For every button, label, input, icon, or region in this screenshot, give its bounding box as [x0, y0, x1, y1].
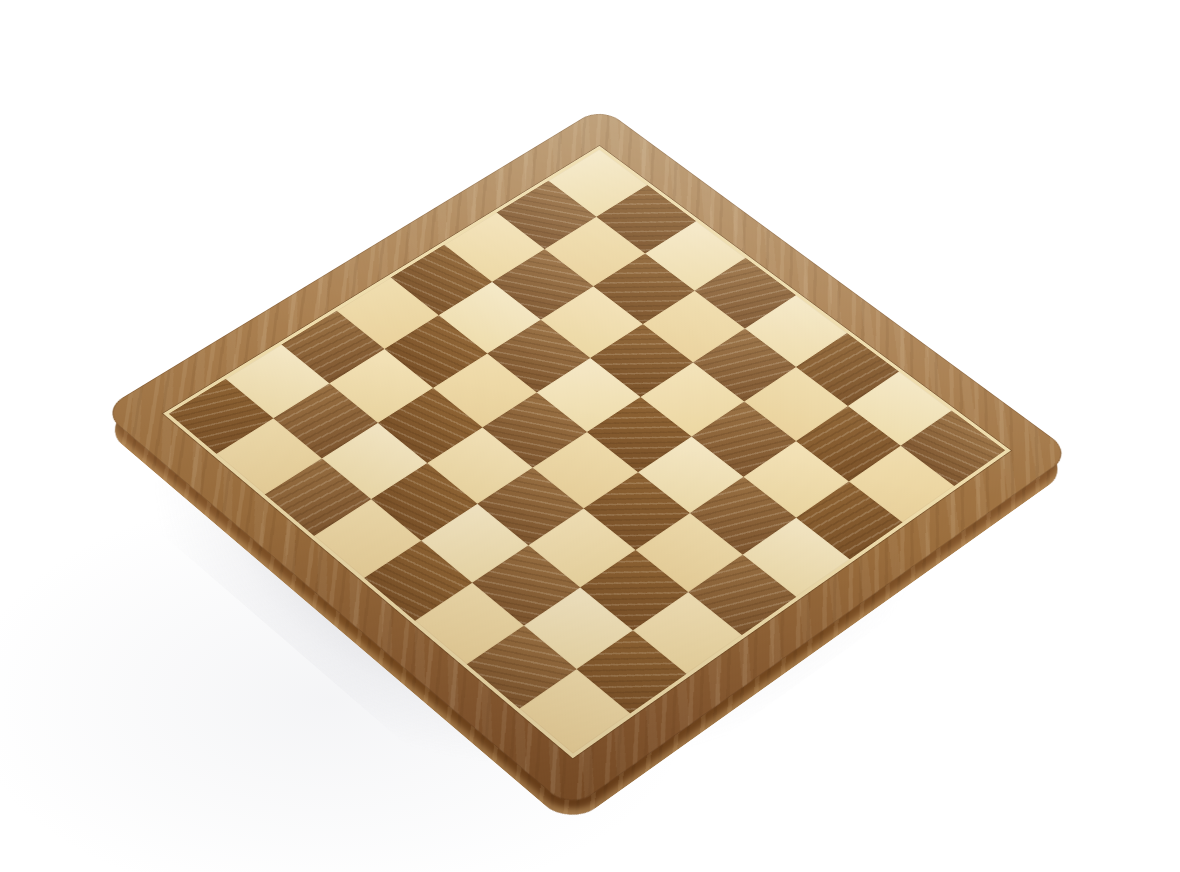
square-g6[interactable] [743, 441, 848, 518]
squares-grid [169, 149, 1005, 753]
square-f2[interactable] [472, 545, 580, 625]
square-h5[interactable] [743, 518, 850, 597]
square-h6[interactable] [796, 481, 902, 559]
square-c2[interactable] [322, 423, 427, 499]
square-h2[interactable] [577, 630, 687, 713]
square-e4[interactable] [533, 432, 638, 508]
board-frame [101, 107, 1073, 810]
playing-field [163, 146, 1011, 758]
square-h4[interactable] [688, 555, 796, 635]
scene-background [0, 0, 1180, 872]
square-f4[interactable] [584, 472, 690, 550]
square-e2[interactable] [421, 504, 528, 583]
square-f3[interactable] [528, 508, 635, 587]
square-f1[interactable] [415, 583, 524, 665]
square-d1[interactable] [314, 499, 421, 578]
square-g3[interactable] [580, 550, 688, 630]
square-g5[interactable] [690, 477, 796, 555]
square-g1[interactable] [467, 626, 577, 709]
square-d3[interactable] [427, 427, 532, 503]
square-b1[interactable] [216, 418, 321, 494]
square-d2[interactable] [371, 463, 477, 541]
square-e1[interactable] [364, 541, 472, 621]
square-f5[interactable] [638, 437, 743, 514]
chessboard [101, 107, 1073, 810]
square-e3[interactable] [477, 468, 583, 546]
square-h1[interactable] [519, 669, 630, 753]
square-c1[interactable] [265, 458, 371, 536]
square-g2[interactable] [524, 587, 633, 669]
square-g4[interactable] [636, 513, 743, 592]
square-h7[interactable] [849, 446, 954, 523]
square-h3[interactable] [633, 592, 742, 674]
